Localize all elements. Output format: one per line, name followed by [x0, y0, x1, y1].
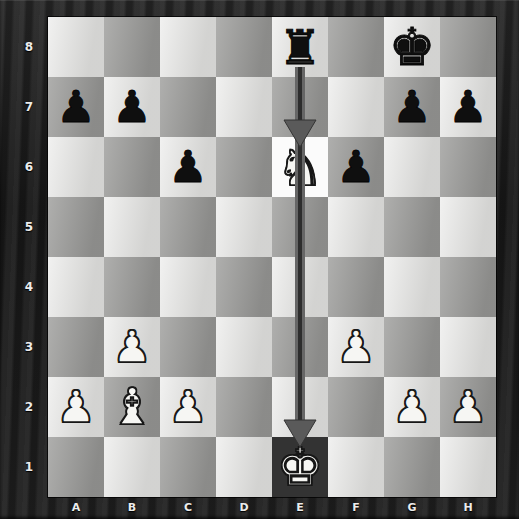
square-c3[interactable]: [160, 317, 216, 377]
square-b8[interactable]: [104, 17, 160, 77]
black-pawn-f6: ♟: [336, 145, 375, 189]
square-g3[interactable]: [384, 317, 440, 377]
square-h1[interactable]: [440, 437, 496, 497]
square-h4[interactable]: [440, 257, 496, 317]
square-d7[interactable]: [216, 77, 272, 137]
square-d8[interactable]: [216, 17, 272, 77]
square-f7[interactable]: [328, 77, 384, 137]
square-c2[interactable]: ♟: [160, 377, 216, 437]
white-pawn-f3: ♟: [336, 325, 375, 369]
black-pawn-g7: ♟: [392, 85, 431, 129]
square-e6[interactable]: ♞: [272, 137, 328, 197]
black-pawn-c6: ♟: [168, 145, 207, 189]
white-pawn-a2: ♟: [56, 385, 95, 429]
white-pawn-c2: ♟: [168, 385, 207, 429]
square-e2[interactable]: [272, 377, 328, 437]
square-f3[interactable]: ♟: [328, 317, 384, 377]
square-h6[interactable]: [440, 137, 496, 197]
square-g8[interactable]: ♚: [384, 17, 440, 77]
file-label-g: G: [384, 497, 440, 518]
black-pawn-h7: ♟: [448, 85, 487, 129]
square-b2[interactable]: ♝: [104, 377, 160, 437]
black-pawn-b7: ♟: [112, 85, 151, 129]
file-label-b: B: [104, 497, 160, 518]
square-d3[interactable]: [216, 317, 272, 377]
square-f4[interactable]: [328, 257, 384, 317]
square-e7[interactable]: [272, 77, 328, 137]
square-c4[interactable]: [160, 257, 216, 317]
square-f2[interactable]: [328, 377, 384, 437]
black-pawn-a7: ♟: [56, 85, 95, 129]
square-b4[interactable]: [104, 257, 160, 317]
square-e4[interactable]: [272, 257, 328, 317]
square-f5[interactable]: [328, 197, 384, 257]
square-b7[interactable]: ♟: [104, 77, 160, 137]
square-a3[interactable]: [48, 317, 104, 377]
square-h5[interactable]: [440, 197, 496, 257]
square-g6[interactable]: [384, 137, 440, 197]
rank-label-8: 8: [16, 17, 42, 77]
square-g2[interactable]: ♟: [384, 377, 440, 437]
square-a6[interactable]: [48, 137, 104, 197]
square-a1[interactable]: [48, 437, 104, 497]
rank-label-7: 7: [16, 77, 42, 137]
square-b1[interactable]: [104, 437, 160, 497]
white-bishop-b2: ♝: [110, 382, 155, 432]
square-h3[interactable]: [440, 317, 496, 377]
square-b3[interactable]: ♟: [104, 317, 160, 377]
white-pawn-b3: ♟: [112, 325, 151, 369]
file-label-f: F: [328, 497, 384, 518]
square-f8[interactable]: [328, 17, 384, 77]
square-c7[interactable]: [160, 77, 216, 137]
square-a4[interactable]: [48, 257, 104, 317]
rank-label-6: 6: [16, 137, 42, 197]
square-a2[interactable]: ♟: [48, 377, 104, 437]
square-d4[interactable]: [216, 257, 272, 317]
black-king-g8: ♚: [389, 21, 436, 73]
square-c6[interactable]: ♟: [160, 137, 216, 197]
chess-diagram: ♜♚♟♟♟♟♟♞♟♟♟♟♝♟♟♟♚ 87654321 ABCDEFGH: [0, 0, 519, 519]
square-c5[interactable]: [160, 197, 216, 257]
square-f1[interactable]: [328, 437, 384, 497]
square-b5[interactable]: [104, 197, 160, 257]
square-a7[interactable]: ♟: [48, 77, 104, 137]
file-label-d: D: [216, 497, 272, 518]
square-a8[interactable]: [48, 17, 104, 77]
rank-label-4: 4: [16, 257, 42, 317]
square-a5[interactable]: [48, 197, 104, 257]
square-d1[interactable]: [216, 437, 272, 497]
white-knight-e6: ♞: [277, 141, 324, 193]
square-g5[interactable]: [384, 197, 440, 257]
square-g7[interactable]: ♟: [384, 77, 440, 137]
square-h2[interactable]: ♟: [440, 377, 496, 437]
square-e3[interactable]: [272, 317, 328, 377]
white-king-e1: ♚: [277, 441, 324, 493]
square-c1[interactable]: [160, 437, 216, 497]
square-h8[interactable]: [440, 17, 496, 77]
black-rook-e8: ♜: [278, 23, 321, 71]
square-e8[interactable]: ♜: [272, 17, 328, 77]
file-label-c: C: [160, 497, 216, 518]
square-f6[interactable]: ♟: [328, 137, 384, 197]
square-g1[interactable]: [384, 437, 440, 497]
square-b6[interactable]: [104, 137, 160, 197]
chess-board: ♜♚♟♟♟♟♟♞♟♟♟♟♝♟♟♟♚: [48, 17, 496, 497]
file-label-e: E: [272, 497, 328, 518]
square-d5[interactable]: [216, 197, 272, 257]
rank-label-1: 1: [16, 437, 42, 497]
white-pawn-g2: ♟: [392, 385, 431, 429]
square-c8[interactable]: [160, 17, 216, 77]
rank-label-3: 3: [16, 317, 42, 377]
file-label-h: H: [440, 497, 496, 518]
square-d6[interactable]: [216, 137, 272, 197]
file-label-a: A: [48, 497, 104, 518]
square-g4[interactable]: [384, 257, 440, 317]
rank-label-5: 5: [16, 197, 42, 257]
square-e5[interactable]: [272, 197, 328, 257]
white-pawn-h2: ♟: [448, 385, 487, 429]
square-h7[interactable]: ♟: [440, 77, 496, 137]
square-d2[interactable]: [216, 377, 272, 437]
square-e1[interactable]: ♚: [272, 437, 328, 497]
rank-label-2: 2: [16, 377, 42, 437]
